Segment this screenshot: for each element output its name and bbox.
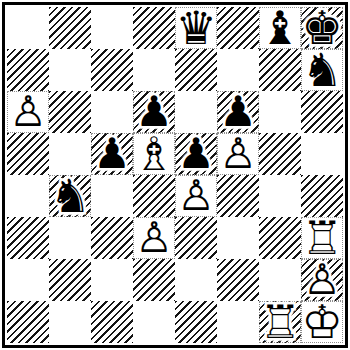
square-g7[interactable] [259,49,301,91]
square-e1[interactable] [175,301,217,343]
square-c8[interactable] [91,7,133,49]
square-e6[interactable] [175,91,217,133]
square-c3[interactable] [91,217,133,259]
square-c7[interactable] [91,49,133,91]
chess-board-frame: ♛♛♝♝♚♚♞♞♟♙♟♟♟♟♟♟♝♗♟♟♟♙♞♞♟♙♟♙♜♖♟♙♜♖♚♔ [2,2,348,348]
board: ♛♛♝♝♚♚♞♞♟♙♟♟♟♟♟♟♝♗♟♟♟♙♞♞♟♙♟♙♜♖♟♙♜♖♚♔ [7,7,343,343]
black-pawn-icon: ♟♟ [217,91,259,133]
square-g8[interactable]: ♝♝ [259,7,301,49]
square-d7[interactable] [133,49,175,91]
square-h7[interactable]: ♞♞ [301,49,343,91]
square-e3[interactable] [175,217,217,259]
square-b4[interactable]: ♞♞ [49,175,91,217]
black-pawn-icon: ♟♟ [91,133,133,175]
square-d5[interactable]: ♝♗ [133,133,175,175]
white-rook-icon: ♜♖ [301,217,343,259]
square-b3[interactable] [49,217,91,259]
black-bishop-icon: ♝♝ [259,7,301,49]
square-b7[interactable] [49,49,91,91]
square-b6[interactable] [49,91,91,133]
square-c1[interactable] [91,301,133,343]
square-h1[interactable]: ♚♔ [301,301,343,343]
square-e8[interactable]: ♛♛ [175,7,217,49]
square-g6[interactable] [259,91,301,133]
square-d4[interactable] [133,175,175,217]
square-g5[interactable] [259,133,301,175]
square-a2[interactable] [7,259,49,301]
square-c4[interactable] [91,175,133,217]
square-f4[interactable] [217,175,259,217]
square-h5[interactable] [301,133,343,175]
square-f6[interactable]: ♟♟ [217,91,259,133]
square-g1[interactable]: ♜♖ [259,301,301,343]
square-e2[interactable] [175,259,217,301]
square-g3[interactable] [259,217,301,259]
black-queen-icon: ♛♛ [175,7,217,49]
square-c2[interactable] [91,259,133,301]
black-knight-icon: ♞♞ [301,49,343,91]
square-b1[interactable] [49,301,91,343]
black-pawn-icon: ♟♟ [175,133,217,175]
square-a8[interactable] [7,7,49,49]
square-h6[interactable] [301,91,343,133]
square-e4[interactable]: ♟♙ [175,175,217,217]
square-a6[interactable]: ♟♙ [7,91,49,133]
page: ♛♛♝♝♚♚♞♞♟♙♟♟♟♟♟♟♝♗♟♟♟♙♞♞♟♙♟♙♜♖♟♙♜♖♚♔ [0,0,350,350]
square-f7[interactable] [217,49,259,91]
square-a3[interactable] [7,217,49,259]
square-a7[interactable] [7,49,49,91]
square-f8[interactable] [217,7,259,49]
black-knight-icon: ♞♞ [49,175,91,217]
square-d8[interactable] [133,7,175,49]
square-b8[interactable] [49,7,91,49]
square-a5[interactable] [7,133,49,175]
square-f2[interactable] [217,259,259,301]
square-b2[interactable] [49,259,91,301]
square-f5[interactable]: ♟♙ [217,133,259,175]
square-e5[interactable]: ♟♟ [175,133,217,175]
white-bishop-icon: ♝♗ [133,133,175,175]
square-d2[interactable] [133,259,175,301]
square-d3[interactable]: ♟♙ [133,217,175,259]
white-pawn-icon: ♟♙ [175,175,217,217]
square-g4[interactable] [259,175,301,217]
white-pawn-icon: ♟♙ [7,91,49,133]
white-king-icon: ♚♔ [301,301,343,343]
white-pawn-icon: ♟♙ [217,133,259,175]
square-c5[interactable]: ♟♟ [91,133,133,175]
square-h3[interactable]: ♜♖ [301,217,343,259]
square-a1[interactable] [7,301,49,343]
white-pawn-icon: ♟♙ [133,217,175,259]
square-f1[interactable] [217,301,259,343]
square-c6[interactable] [91,91,133,133]
square-d1[interactable] [133,301,175,343]
square-a4[interactable] [7,175,49,217]
white-rook-icon: ♜♖ [259,301,301,343]
square-f3[interactable] [217,217,259,259]
square-e7[interactable] [175,49,217,91]
